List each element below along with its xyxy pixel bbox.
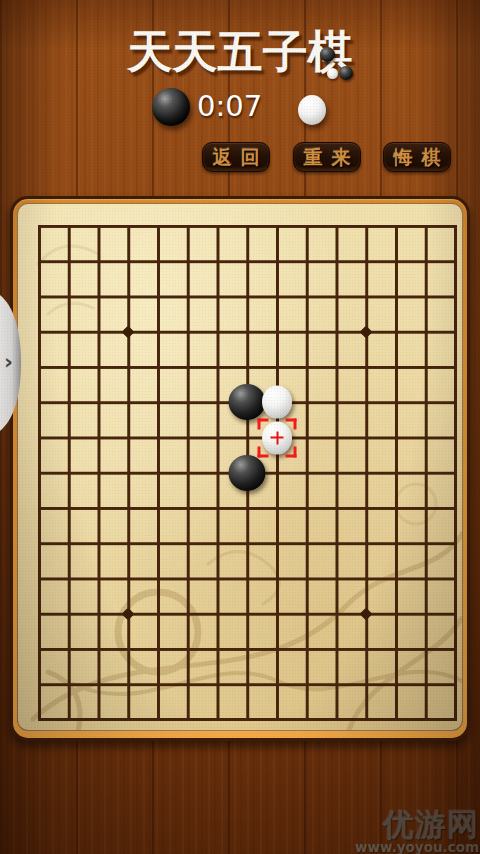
stone-black	[229, 455, 266, 491]
undo-button[interactable]: 悔棋	[383, 142, 451, 172]
board-surface	[17, 203, 463, 731]
title-deco-black-stone-icon	[339, 66, 353, 80]
restart-button[interactable]: 重来	[293, 142, 361, 172]
watermark: 优游网 www.yoyou.com	[355, 809, 479, 854]
app-title: 天天五子棋	[128, 27, 353, 77]
stone-white	[262, 386, 292, 419]
undo-button-label: 悔棋	[394, 146, 450, 168]
app-screen: 天天五子棋 0:07 返回 重来 悔棋	[0, 0, 480, 854]
restart-button-label: 重来	[304, 146, 360, 168]
board-grid[interactable]	[38, 225, 458, 722]
header: 天天五子棋	[0, 0, 480, 90]
star-point	[360, 325, 373, 338]
stone-white	[262, 421, 292, 454]
player-hud: 0:07	[0, 84, 480, 134]
star-point	[122, 325, 135, 338]
star-point	[122, 607, 135, 620]
title-deco-black-stone-icon	[320, 47, 335, 62]
stone-black	[229, 384, 266, 420]
game-board	[10, 196, 470, 741]
title-deco-white-stone-icon	[327, 68, 338, 79]
back-button[interactable]: 返回	[202, 142, 270, 172]
star-point	[360, 607, 373, 620]
back-button-label: 返回	[213, 146, 269, 168]
watermark-url: www.yoyou.com	[355, 841, 479, 854]
black-timer: 0:07	[197, 90, 267, 122]
chevron-right-icon: ›	[4, 349, 13, 375]
drawer-handle[interactable]: ›	[0, 292, 24, 434]
white-player-stone-icon	[298, 95, 326, 125]
watermark-logo: 优游网	[355, 809, 479, 840]
black-player-stone-icon	[152, 88, 190, 126]
